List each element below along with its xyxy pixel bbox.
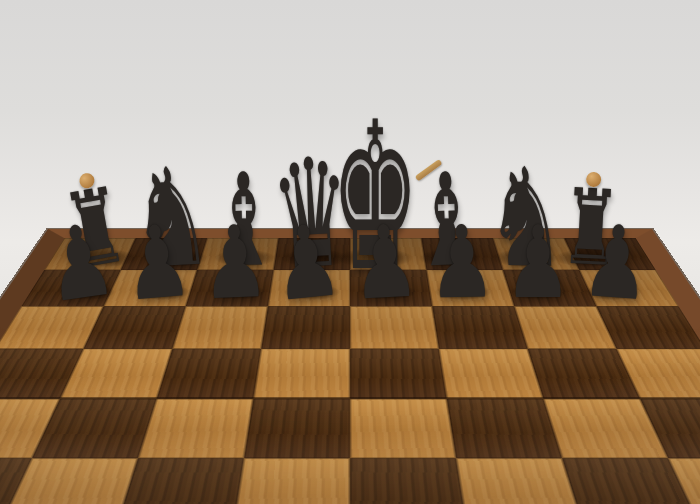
pawn-glyph: ♟ [349, 212, 421, 315]
pawn-glyph: ♟ [580, 211, 654, 315]
pawn-glyph: ♟ [268, 210, 345, 316]
pawn-glyph: ♟ [504, 213, 571, 313]
piece-layer: ♜♞♝♛♚♝♞♜♟♟♟♟♟♟♟♟ [0, 0, 700, 504]
chess-photo-scene: ♜♞♝♛♚♝♞♜♟♟♟♟♟♟♟♟ [0, 0, 700, 504]
pawn-glyph: ♟ [39, 210, 120, 318]
pawn-glyph: ♟ [120, 211, 196, 316]
pawn-glyph: ♟ [427, 213, 496, 314]
piece-black-pawn-h7[interactable]: ♟ [569, 211, 665, 317]
